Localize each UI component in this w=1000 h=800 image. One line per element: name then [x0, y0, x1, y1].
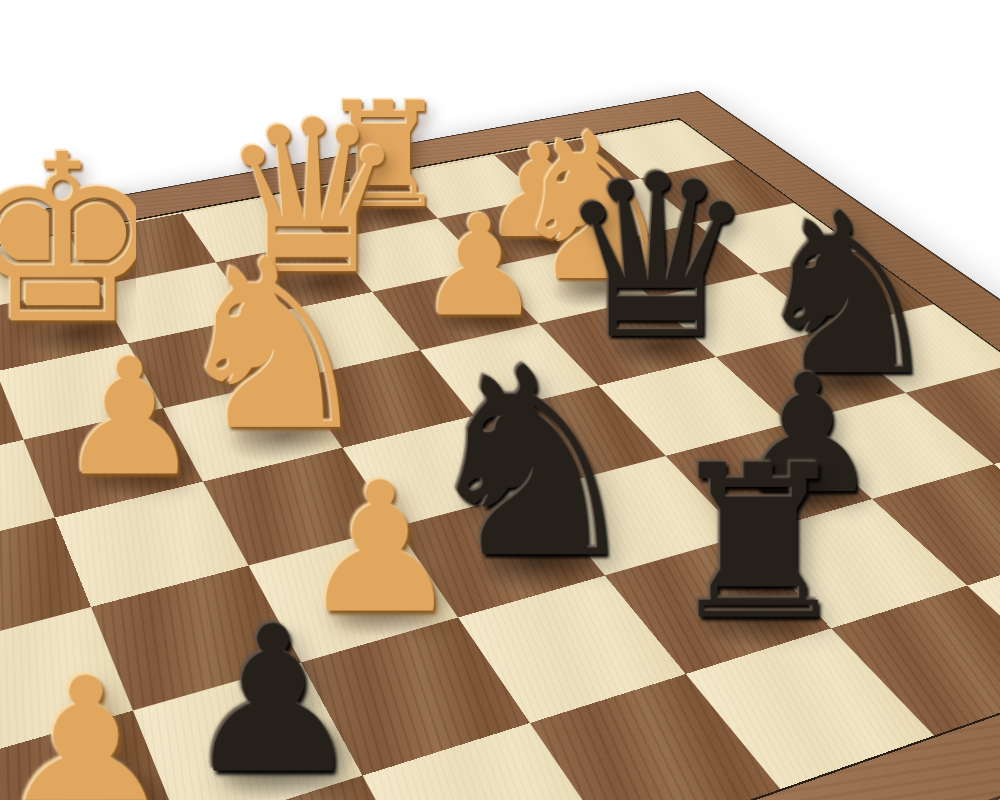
chessboard: ♜♚♛♟♟♞♟♞♛♞♟♞♟♟♟♜: [0, 91, 1000, 800]
board-squares: ♜♚♛♟♟♞♟♞♛♞♟♞♟♟♟♜: [0, 120, 1000, 800]
board-inlay: ♜♚♛♟♟♞♟♞♛♞♟♞♟♟♟♜: [0, 121, 1000, 800]
black-pawn: ♟: [182, 599, 364, 800]
square-g5: ♟: [24, 408, 203, 517]
board-frame: ♜♚♛♟♟♞♟♞♛♞♟♞♟♟♟♜: [0, 91, 1000, 800]
white-pawn: ♟: [0, 650, 180, 800]
chess-set-photo: ♜♚♛♟♟♞♟♞♛♞♟♞♟♟♟♜: [0, 0, 1000, 800]
square-h2: ♟: [0, 711, 182, 800]
white-king: ♚: [0, 124, 166, 356]
white-pawn: ♟: [57, 337, 202, 498]
black-rook: ♜: [663, 437, 853, 649]
studio-backdrop: ♜♚♛♟♟♞♟♞♛♞♟♞♟♟♟♜: [0, 0, 1000, 800]
